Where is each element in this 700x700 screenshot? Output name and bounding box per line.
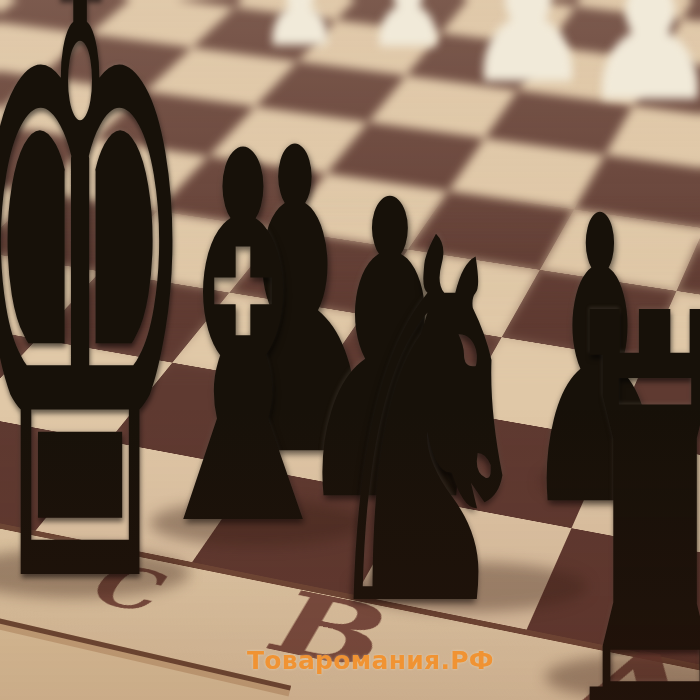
piece-black-rook: ♜ [551,242,700,700]
piece-black-king: ♚ [0,0,198,700]
piece-white-piece-blur-4: ♟ [578,0,700,130]
piece-white-piece-blur-2: ♟ [365,0,451,65]
watermark-text: Товаромания.РФ [247,646,494,675]
piece-white-piece-blur-3: ♟ [462,0,595,110]
piece-black-knight: ♞ [311,176,544,676]
photo-scene: CBA ♚♟♝♟♞♟♜♟♟♟♟ Товаромания.РФ [0,0,700,700]
